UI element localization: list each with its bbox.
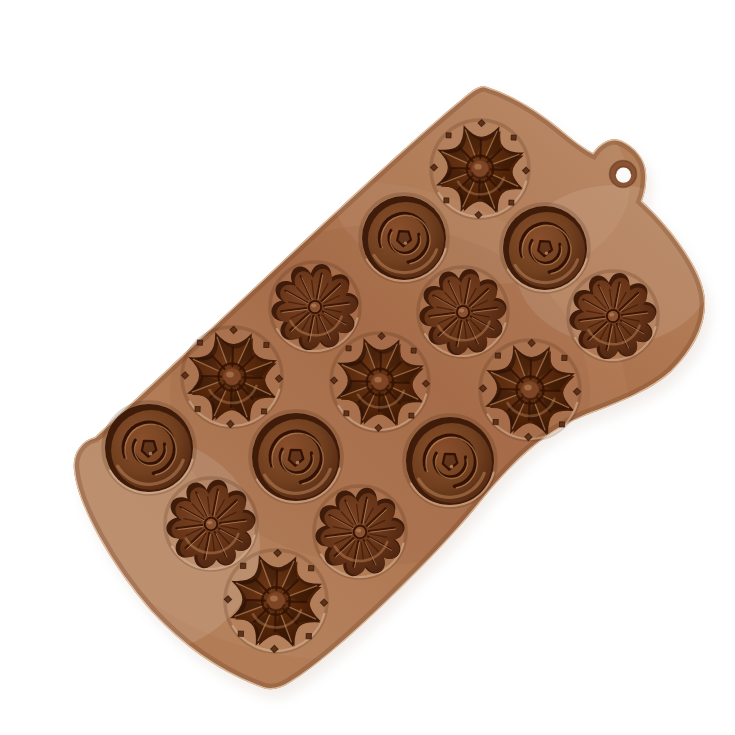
chocolate-mold-photo xyxy=(0,0,735,735)
cavity-daisy xyxy=(314,486,406,578)
cavity-rose xyxy=(250,411,342,503)
cavity-daisy xyxy=(418,267,508,357)
hang-hole xyxy=(610,161,637,188)
cavity-daisy xyxy=(165,478,257,570)
cavity-daisy xyxy=(568,271,658,361)
cavity-daisy xyxy=(270,262,360,352)
cavity-rose xyxy=(501,204,589,292)
cavity-rose xyxy=(360,194,448,282)
cavity-rose xyxy=(404,415,496,507)
cavity-rose xyxy=(103,402,195,494)
photo-canvas: Brown silicone chocolate mold with 15 fl… xyxy=(0,0,735,735)
